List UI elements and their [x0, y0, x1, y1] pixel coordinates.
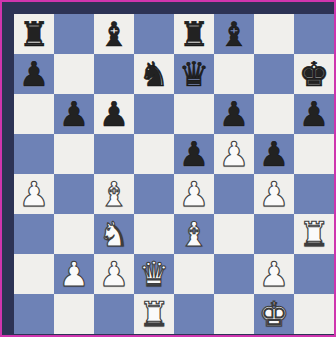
square-d8[interactable]	[134, 14, 174, 54]
square-a5[interactable]	[14, 134, 54, 174]
square-f8[interactable]: ♝	[214, 14, 254, 54]
piece-black-pawn[interactable]: ♟	[214, 94, 254, 134]
piece-white-rook[interactable]: ♜	[134, 294, 174, 334]
piece-white-pawn[interactable]: ♟	[54, 254, 94, 294]
square-b2[interactable]: ♟	[54, 254, 94, 294]
square-h8[interactable]	[294, 14, 334, 54]
piece-white-rook[interactable]: ♜	[294, 214, 334, 254]
piece-black-rook[interactable]: ♜	[174, 14, 214, 54]
square-f3[interactable]	[214, 214, 254, 254]
square-h5[interactable]	[294, 134, 334, 174]
piece-black-pawn[interactable]: ♟	[14, 54, 54, 94]
board-frame: ♜♝♜♝♟♞♛♚♟♟♟♟♟♟♟♟♝♟♟♞♝♜♟♟♛♟♜♚	[2, 2, 334, 335]
square-e5[interactable]: ♟	[174, 134, 214, 174]
square-e4[interactable]: ♟	[174, 174, 214, 214]
square-d1[interactable]: ♜	[134, 294, 174, 334]
square-g7[interactable]	[254, 54, 294, 94]
square-g1[interactable]: ♚	[254, 294, 294, 334]
square-b6[interactable]: ♟	[54, 94, 94, 134]
piece-white-pawn[interactable]: ♟	[94, 254, 134, 294]
square-a3[interactable]	[14, 214, 54, 254]
square-e7[interactable]: ♛	[174, 54, 214, 94]
square-h6[interactable]: ♟	[294, 94, 334, 134]
square-a2[interactable]	[14, 254, 54, 294]
square-a7[interactable]: ♟	[14, 54, 54, 94]
square-a1[interactable]	[14, 294, 54, 334]
square-g6[interactable]	[254, 94, 294, 134]
square-f2[interactable]	[214, 254, 254, 294]
square-g5[interactable]: ♟	[254, 134, 294, 174]
square-c1[interactable]	[94, 294, 134, 334]
square-e2[interactable]	[174, 254, 214, 294]
square-b7[interactable]	[54, 54, 94, 94]
chess-window: ♜♝♜♝♟♞♛♚♟♟♟♟♟♟♟♟♝♟♟♞♝♜♟♟♛♟♜♚	[0, 0, 336, 337]
square-d2[interactable]: ♛	[134, 254, 174, 294]
piece-white-king[interactable]: ♚	[254, 294, 294, 334]
piece-black-bishop[interactable]: ♝	[214, 14, 254, 54]
piece-black-bishop[interactable]: ♝	[94, 14, 134, 54]
chess-board: ♜♝♜♝♟♞♛♚♟♟♟♟♟♟♟♟♝♟♟♞♝♜♟♟♛♟♜♚	[14, 14, 334, 334]
square-b5[interactable]	[54, 134, 94, 174]
piece-white-pawn[interactable]: ♟	[174, 174, 214, 214]
square-c2[interactable]: ♟	[94, 254, 134, 294]
square-f4[interactable]	[214, 174, 254, 214]
square-a4[interactable]: ♟	[14, 174, 54, 214]
square-d6[interactable]	[134, 94, 174, 134]
square-e8[interactable]: ♜	[174, 14, 214, 54]
piece-black-pawn[interactable]: ♟	[54, 94, 94, 134]
square-f6[interactable]: ♟	[214, 94, 254, 134]
piece-black-pawn[interactable]: ♟	[174, 134, 214, 174]
square-e6[interactable]	[174, 94, 214, 134]
piece-white-pawn[interactable]: ♟	[214, 134, 254, 174]
piece-white-pawn[interactable]: ♟	[14, 174, 54, 214]
square-a8[interactable]: ♜	[14, 14, 54, 54]
piece-black-knight[interactable]: ♞	[134, 54, 174, 94]
piece-white-queen[interactable]: ♛	[134, 254, 174, 294]
square-f1[interactable]	[214, 294, 254, 334]
square-h2[interactable]	[294, 254, 334, 294]
square-e1[interactable]	[174, 294, 214, 334]
piece-white-bishop[interactable]: ♝	[94, 174, 134, 214]
square-d4[interactable]	[134, 174, 174, 214]
square-d7[interactable]: ♞	[134, 54, 174, 94]
square-h4[interactable]	[294, 174, 334, 214]
piece-white-knight[interactable]: ♞	[94, 214, 134, 254]
square-c3[interactable]: ♞	[94, 214, 134, 254]
square-f7[interactable]	[214, 54, 254, 94]
piece-black-pawn[interactable]: ♟	[254, 134, 294, 174]
square-d3[interactable]	[134, 214, 174, 254]
square-c6[interactable]: ♟	[94, 94, 134, 134]
square-d5[interactable]	[134, 134, 174, 174]
piece-white-pawn[interactable]: ♟	[254, 174, 294, 214]
square-f5[interactable]: ♟	[214, 134, 254, 174]
square-b3[interactable]	[54, 214, 94, 254]
square-a6[interactable]	[14, 94, 54, 134]
square-c5[interactable]	[94, 134, 134, 174]
piece-white-pawn[interactable]: ♟	[254, 254, 294, 294]
piece-black-king[interactable]: ♚	[294, 54, 334, 94]
piece-black-pawn[interactable]: ♟	[94, 94, 134, 134]
piece-black-pawn[interactable]: ♟	[294, 94, 334, 134]
square-h1[interactable]	[294, 294, 334, 334]
square-g2[interactable]: ♟	[254, 254, 294, 294]
piece-white-bishop[interactable]: ♝	[174, 214, 214, 254]
square-g3[interactable]	[254, 214, 294, 254]
square-c7[interactable]	[94, 54, 134, 94]
square-h7[interactable]: ♚	[294, 54, 334, 94]
square-b4[interactable]	[54, 174, 94, 214]
square-c8[interactable]: ♝	[94, 14, 134, 54]
square-b8[interactable]	[54, 14, 94, 54]
piece-black-queen[interactable]: ♛	[174, 54, 214, 94]
square-h3[interactable]: ♜	[294, 214, 334, 254]
square-c4[interactable]: ♝	[94, 174, 134, 214]
square-g8[interactable]	[254, 14, 294, 54]
square-g4[interactable]: ♟	[254, 174, 294, 214]
square-e3[interactable]: ♝	[174, 214, 214, 254]
square-b1[interactable]	[54, 294, 94, 334]
piece-black-rook[interactable]: ♜	[14, 14, 54, 54]
